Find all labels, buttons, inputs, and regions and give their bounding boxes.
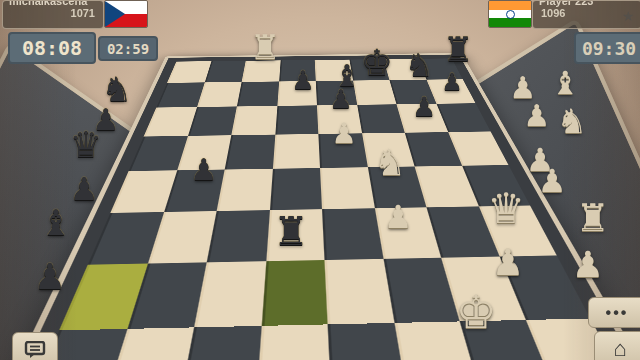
star-icon: ★: [622, 8, 635, 24]
piece-white-knight[interactable]: ♞: [557, 104, 587, 138]
square-e4[interactable]: [320, 167, 374, 209]
square-c4[interactable]: [217, 169, 273, 211]
ashoka-chakra-icon: [506, 10, 515, 19]
game-screen: ♜♟♝♚♟♞♜♟♟♟♟♞♟♛♜♟♚♞♟♛♟♝♟♟♝♟♞♟♟♜♟♟ michalk…: [0, 0, 640, 360]
piece-black-pawn[interactable]: ♟: [412, 93, 436, 120]
piece-white-pawn[interactable]: ♟: [492, 245, 524, 281]
piece-black-king[interactable]: ♚: [361, 45, 393, 81]
piece-white-pawn[interactable]: ♟: [572, 247, 604, 283]
move-timer: 02:59: [98, 36, 158, 61]
piece-white-bishop[interactable]: ♝: [551, 67, 580, 99]
clock-left-player: 08:08: [8, 32, 96, 64]
piece-black-pawn[interactable]: ♟: [70, 173, 99, 205]
flag-czech-icon: [104, 0, 148, 28]
piece-black-bishop[interactable]: ♝: [40, 205, 72, 241]
piece-black-queen[interactable]: ♛: [70, 127, 102, 163]
piece-black-pawn[interactable]: ♟: [191, 155, 218, 185]
piece-black-pawn[interactable]: ♟: [34, 259, 66, 295]
clock-right-player: 09:30: [574, 32, 640, 64]
square-e2[interactable]: [324, 259, 393, 325]
chat-button[interactable]: [12, 332, 58, 360]
piece-white-pawn[interactable]: ♟: [524, 101, 551, 131]
square-c7[interactable]: [237, 81, 279, 106]
player-rating-left: 1071: [3, 7, 103, 19]
square-b8[interactable]: [204, 61, 245, 83]
square-b7[interactable]: [197, 82, 242, 107]
player-name-right: Player 223: [533, 0, 640, 7]
piece-black-pawn[interactable]: ♟: [441, 70, 463, 94]
square-c2[interactable]: [194, 261, 266, 327]
player-name-left: michalkascena: [3, 0, 103, 7]
piece-black-pawn[interactable]: ♟: [291, 67, 314, 93]
home-button[interactable]: ⌂: [594, 331, 640, 360]
square-e3[interactable]: [322, 208, 383, 260]
square-c6[interactable]: [231, 106, 277, 135]
piece-white-pawn[interactable]: ♟: [538, 165, 567, 197]
square-c3[interactable]: [207, 210, 270, 262]
piece-white-pawn[interactable]: ♟: [384, 201, 413, 233]
piece-white-knight[interactable]: ♞: [374, 145, 406, 181]
square-d1[interactable]: [255, 324, 332, 360]
piece-white-king[interactable]: ♚: [455, 289, 496, 335]
square-d6[interactable]: [275, 105, 318, 134]
player-plate-left: michalkascena 1071: [2, 0, 104, 29]
piece-black-knight[interactable]: ♞: [405, 49, 434, 81]
piece-white-queen[interactable]: ♛: [487, 188, 525, 230]
piece-white-pawn[interactable]: ♟: [331, 120, 356, 148]
square-b6[interactable]: [188, 106, 237, 135]
chat-bubble-icon: [24, 341, 46, 359]
square-d2[interactable]: [261, 260, 328, 326]
square-d5[interactable]: [272, 134, 320, 169]
piece-black-pawn[interactable]: ♟: [329, 86, 352, 112]
piece-black-rook[interactable]: ♜: [273, 211, 309, 251]
square-c5[interactable]: [225, 135, 275, 170]
piece-white-rook[interactable]: ♜: [576, 199, 610, 237]
more-options-button[interactable]: •••: [588, 297, 640, 328]
flag-india-icon: [488, 0, 532, 28]
piece-white-rook[interactable]: ♜: [250, 30, 280, 64]
home-icon: ⌂: [613, 336, 626, 360]
square-d4[interactable]: [269, 168, 322, 210]
piece-black-rook[interactable]: ♜: [443, 32, 473, 66]
